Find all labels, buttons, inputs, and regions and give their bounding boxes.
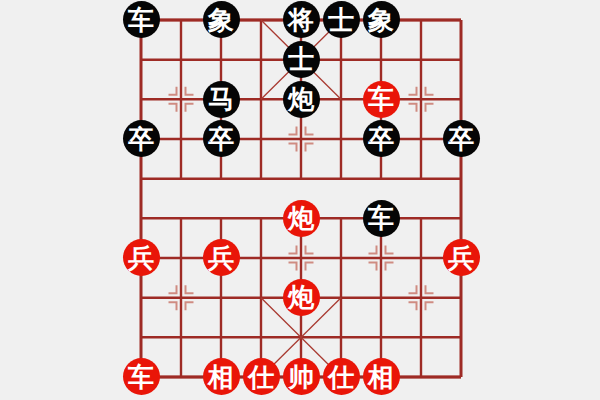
board-cell-r9c0[interactable]: 车	[121, 357, 161, 397]
piece-black-chariot[interactable]: 车	[123, 1, 160, 38]
board-cell-r6c5[interactable]	[321, 238, 361, 278]
board-cell-r4c4[interactable]	[281, 159, 321, 199]
piece-black-advisor[interactable]: 士	[323, 1, 360, 38]
board-grid: 车象将士象士马炮车卒卒卒卒炮车兵兵兵炮车相仕帅仕相	[121, 0, 481, 397]
board-cell-r4c8[interactable]	[441, 159, 481, 199]
board-cell-r3c1[interactable]	[161, 119, 201, 159]
board-cell-r9c6[interactable]: 相	[361, 357, 401, 397]
board-cell-r1c5[interactable]	[321, 40, 361, 80]
board-cell-r8c2[interactable]	[201, 317, 241, 357]
piece-red-chariot[interactable]: 车	[363, 81, 400, 118]
piece-black-soldier[interactable]: 卒	[363, 120, 400, 157]
board-cell-r9c2[interactable]: 相	[201, 357, 241, 397]
board-cell-r7c2[interactable]	[201, 278, 241, 318]
board-cell-r0c7[interactable]	[401, 0, 441, 40]
piece-black-soldier[interactable]: 卒	[123, 120, 160, 157]
piece-red-soldier[interactable]: 兵	[203, 239, 240, 276]
piece-black-general[interactable]: 将	[283, 1, 320, 38]
board-cell-r1c8[interactable]	[441, 40, 481, 80]
piece-red-soldier[interactable]: 兵	[443, 239, 480, 276]
board-cell-r2c7[interactable]	[401, 79, 441, 119]
board-cell-r6c3[interactable]	[241, 238, 281, 278]
piece-black-advisor[interactable]: 士	[283, 41, 320, 78]
board-cell-r8c5[interactable]	[321, 317, 361, 357]
board-cell-r1c2[interactable]	[201, 40, 241, 80]
piece-red-chariot[interactable]: 车	[123, 358, 160, 395]
board-cell-r9c4[interactable]: 帅	[281, 357, 321, 397]
board-cell-r8c8[interactable]	[441, 317, 481, 357]
piece-black-cannon[interactable]: 炮	[283, 81, 320, 118]
board-cell-r7c7[interactable]	[401, 278, 441, 318]
board-cell-r1c3[interactable]	[241, 40, 281, 80]
board-cell-r9c1[interactable]	[161, 357, 201, 397]
board-cell-r1c1[interactable]	[161, 40, 201, 80]
board-cell-r4c1[interactable]	[161, 159, 201, 199]
board-cell-r4c5[interactable]	[321, 159, 361, 199]
board-cell-r3c4[interactable]	[281, 119, 321, 159]
board-cell-r5c1[interactable]	[161, 198, 201, 238]
board-cell-r2c1[interactable]	[161, 79, 201, 119]
board-cell-r0c6[interactable]: 象	[361, 0, 401, 40]
piece-red-advisor[interactable]: 仕	[323, 358, 360, 395]
board-cell-r6c0[interactable]: 兵	[121, 238, 161, 278]
board-cell-r7c0[interactable]	[121, 278, 161, 318]
board-cell-r9c3[interactable]: 仕	[241, 357, 281, 397]
board-cell-r2c5[interactable]	[321, 79, 361, 119]
board-cell-r3c2[interactable]: 卒	[201, 119, 241, 159]
board-cell-r0c4[interactable]: 将	[281, 0, 321, 40]
board-cell-r0c0[interactable]: 车	[121, 0, 161, 40]
piece-red-general[interactable]: 帅	[283, 358, 320, 395]
board-cell-r7c4[interactable]: 炮	[281, 278, 321, 318]
piece-red-cannon[interactable]: 炮	[283, 200, 320, 237]
board-cell-r4c0[interactable]	[121, 159, 161, 199]
board-cell-r0c2[interactable]: 象	[201, 0, 241, 40]
board-cell-r4c3[interactable]	[241, 159, 281, 199]
board-cell-r8c6[interactable]	[361, 317, 401, 357]
board-cell-r8c7[interactable]	[401, 317, 441, 357]
board-cell-r5c5[interactable]	[321, 198, 361, 238]
board-cell-r2c0[interactable]	[121, 79, 161, 119]
board-cell-r7c6[interactable]	[361, 278, 401, 318]
board-cell-r5c2[interactable]	[201, 198, 241, 238]
piece-red-elephant[interactable]: 相	[363, 358, 400, 395]
board-cell-r2c2[interactable]: 马	[201, 79, 241, 119]
board-cell-r3c7[interactable]	[401, 119, 441, 159]
board-cell-r3c6[interactable]: 卒	[361, 119, 401, 159]
piece-red-advisor[interactable]: 仕	[243, 358, 280, 395]
board-cell-r7c5[interactable]	[321, 278, 361, 318]
piece-black-soldier[interactable]: 卒	[203, 120, 240, 157]
piece-red-cannon[interactable]: 炮	[283, 279, 320, 316]
piece-black-elephant[interactable]: 象	[203, 1, 240, 38]
board-cell-r3c3[interactable]	[241, 119, 281, 159]
piece-black-chariot[interactable]: 车	[363, 200, 400, 237]
board-cell-r1c7[interactable]	[401, 40, 441, 80]
board-cell-r3c8[interactable]: 卒	[441, 119, 481, 159]
piece-black-horse[interactable]: 马	[203, 81, 240, 118]
board-cell-r1c4[interactable]: 士	[281, 40, 321, 80]
xiangqi-board: 车象将士象士马炮车卒卒卒卒炮车兵兵兵炮车相仕帅仕相	[0, 0, 600, 400]
board-cell-r2c8[interactable]	[441, 79, 481, 119]
board-cell-r2c4[interactable]: 炮	[281, 79, 321, 119]
board-cell-r1c0[interactable]	[121, 40, 161, 80]
board-cell-r0c5[interactable]: 士	[321, 0, 361, 40]
board-cell-r6c6[interactable]	[361, 238, 401, 278]
board-cell-r5c4[interactable]: 炮	[281, 198, 321, 238]
piece-black-soldier[interactable]: 卒	[443, 120, 480, 157]
board-cell-r5c8[interactable]	[441, 198, 481, 238]
piece-red-elephant[interactable]: 相	[203, 358, 240, 395]
board-cell-r2c6[interactable]: 车	[361, 79, 401, 119]
board-cell-r0c1[interactable]	[161, 0, 201, 40]
board-cell-r8c1[interactable]	[161, 317, 201, 357]
board-cell-r7c8[interactable]	[441, 278, 481, 318]
board-cell-r6c2[interactable]: 兵	[201, 238, 241, 278]
board-cell-r9c8[interactable]	[441, 357, 481, 397]
board-cell-r2c3[interactable]	[241, 79, 281, 119]
board-cell-r9c5[interactable]: 仕	[321, 357, 361, 397]
board-cell-r0c3[interactable]	[241, 0, 281, 40]
board-cell-r3c0[interactable]: 卒	[121, 119, 161, 159]
board-cell-r5c7[interactable]	[401, 198, 441, 238]
board-cell-r8c0[interactable]	[121, 317, 161, 357]
board-cell-r6c8[interactable]: 兵	[441, 238, 481, 278]
board-cell-r3c5[interactable]	[321, 119, 361, 159]
piece-black-elephant[interactable]: 象	[363, 1, 400, 38]
board-cell-r0c8[interactable]	[441, 0, 481, 40]
board-cell-r6c4[interactable]	[281, 238, 321, 278]
board-cell-r7c1[interactable]	[161, 278, 201, 318]
board-cell-r7c3[interactable]	[241, 278, 281, 318]
board-cell-r6c1[interactable]	[161, 238, 201, 278]
board-cell-r5c0[interactable]	[121, 198, 161, 238]
board-cell-r5c6[interactable]: 车	[361, 198, 401, 238]
board-cell-r1c6[interactable]	[361, 40, 401, 80]
board-cell-r5c3[interactable]	[241, 198, 281, 238]
board-cell-r6c7[interactable]	[401, 238, 441, 278]
board-cell-r4c7[interactable]	[401, 159, 441, 199]
board-cell-r8c3[interactable]	[241, 317, 281, 357]
board-cell-r4c2[interactable]	[201, 159, 241, 199]
board-cell-r8c4[interactable]	[281, 317, 321, 357]
board-cell-r9c7[interactable]	[401, 357, 441, 397]
board-cell-r4c6[interactable]	[361, 159, 401, 199]
piece-red-soldier[interactable]: 兵	[123, 239, 160, 276]
